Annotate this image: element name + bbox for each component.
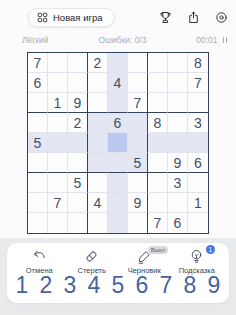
cell-r8c8[interactable] [188,213,208,233]
cell-r1c7[interactable] [168,73,188,93]
cell-r4c7[interactable] [168,133,188,153]
top-icons [157,9,229,25]
cell-r6c7[interactable]: 3 [168,173,188,193]
cell-r4c5[interactable] [128,133,148,153]
cell-r5c1[interactable] [48,153,68,173]
cell-r8c6[interactable]: 7 [148,213,168,233]
numpad-7[interactable]: 7 [154,270,178,300]
numpad-1[interactable]: 1 [10,270,34,300]
cell-r5c4[interactable] [108,153,128,173]
cell-r2c7[interactable] [168,93,188,113]
cell-r6c3[interactable] [88,173,108,193]
mistakes-counter: Ошибки: 0/3 [98,35,146,45]
cell-r1c3[interactable] [88,73,108,93]
cell-r2c4[interactable] [108,93,128,113]
cell-r7c4[interactable] [108,193,128,213]
cell-r5c0[interactable] [28,153,48,173]
cell-r2c5[interactable]: 7 [128,93,148,113]
cell-r1c5[interactable] [128,73,148,93]
cell-r3c4[interactable]: 6 [108,113,128,133]
new-game-label: Новая игра [53,12,103,23]
cell-r0c3[interactable]: 2 [88,53,108,73]
cell-r0c4[interactable] [108,53,128,73]
cell-r7c3[interactable]: 4 [88,193,108,213]
cell-r7c7[interactable] [168,193,188,213]
cell-r3c2[interactable]: 2 [68,113,88,133]
notes-off-badge: Выкл [148,246,169,254]
cell-r2c0[interactable] [28,93,48,113]
cell-r5c2[interactable] [68,153,88,173]
cell-r4c1[interactable] [48,133,68,153]
cell-r1c2[interactable] [68,73,88,93]
trophy-icon[interactable] [157,9,173,25]
numpad-9[interactable]: 9 [202,270,226,300]
cell-r4c2[interactable] [68,133,88,153]
cell-r5c3[interactable] [88,153,108,173]
cell-r3c5[interactable] [128,113,148,133]
cell-r2c8[interactable] [188,93,208,113]
cell-r8c7[interactable]: 6 [168,213,188,233]
sudoku-app: Новая игра [0,0,236,315]
cell-r8c2[interactable] [68,213,88,233]
cell-r5c7[interactable]: 9 [168,153,188,173]
cell-r2c6[interactable] [148,93,168,113]
cell-r4c8[interactable] [188,133,208,153]
timer-value: 00:01 [196,35,217,45]
cell-r4c0[interactable]: 5 [28,133,48,153]
cell-r2c3[interactable] [88,93,108,113]
hint-count-badge: 1 [206,245,215,254]
cell-r7c5[interactable]: 9 [128,193,148,213]
cell-r1c6[interactable] [148,73,168,93]
cell-r3c6[interactable]: 8 [148,113,168,133]
cell-r3c0[interactable] [28,113,48,133]
cell-r2c1[interactable]: 1 [48,93,68,113]
top-bar: Новая игра [0,8,236,26]
numpad-2[interactable]: 2 [34,270,58,300]
cell-r0c7[interactable] [168,53,188,73]
sudoku-board: 7286471972683559653749176 [27,52,209,234]
eraser-icon [83,248,100,265]
numpad-8[interactable]: 8 [178,270,202,300]
cell-r7c0[interactable] [28,193,48,213]
cell-r4c6[interactable] [148,133,168,153]
numpad-5[interactable]: 5 [106,270,130,300]
cell-r8c4[interactable] [108,213,128,233]
numpad-6[interactable]: 6 [130,270,154,300]
cell-r1c0[interactable]: 6 [28,73,48,93]
cell-r3c3[interactable] [88,113,108,133]
cell-r6c8[interactable] [188,173,208,193]
cell-r8c5[interactable] [128,213,148,233]
lightbulb-icon [188,248,205,265]
cell-r8c3[interactable] [88,213,108,233]
cell-r0c8[interactable]: 8 [188,53,208,73]
cell-r7c6[interactable] [148,193,168,213]
cell-r0c0[interactable]: 7 [28,53,48,73]
control-panel: Отмена Стереть Выкл [7,243,229,303]
cell-r7c8[interactable]: 1 [188,193,208,213]
cell-r5c6[interactable] [148,153,168,173]
cell-r7c1[interactable]: 7 [48,193,68,213]
cell-r4c3[interactable] [88,133,108,153]
difficulty-label: Лёгкий [22,35,49,45]
number-pad: 123456789 [10,270,226,300]
cell-r5c5[interactable]: 5 [128,153,148,173]
cell-r5c8[interactable]: 6 [188,153,208,173]
numpad-3[interactable]: 3 [58,270,82,300]
pause-icon[interactable] [222,36,229,44]
cell-r6c5[interactable] [128,173,148,193]
cell-r0c6[interactable] [148,53,168,73]
new-game-button[interactable]: Новая игра [28,8,115,27]
cell-r1c4[interactable]: 4 [108,73,128,93]
cell-r3c1[interactable] [48,113,68,133]
cell-r2c2[interactable]: 9 [68,93,88,113]
cell-r4c4[interactable] [108,133,128,153]
cell-r8c0[interactable] [28,213,48,233]
undo-icon [31,248,48,265]
numpad-4[interactable]: 4 [82,270,106,300]
cell-r1c1[interactable] [48,73,68,93]
cell-r3c8[interactable]: 3 [188,113,208,133]
bottom-section: Отмена Стереть Выкл [0,238,236,315]
cell-r0c5[interactable] [128,53,148,73]
cell-r6c0[interactable] [28,173,48,193]
timer-wrap: 00:01 [196,35,228,45]
cell-r7c2[interactable] [68,193,88,213]
status-bar: Лёгкий Ошибки: 0/3 00:01 [22,35,228,45]
cell-r6c1[interactable] [48,173,68,193]
settings-icon[interactable] [213,9,229,25]
cell-r8c1[interactable] [48,213,68,233]
cell-r6c6[interactable] [148,173,168,193]
cell-r0c1[interactable] [48,53,68,73]
cell-r6c4[interactable] [108,173,128,193]
cell-r0c2[interactable] [68,53,88,73]
cell-r1c8[interactable]: 7 [188,73,208,93]
grid-icon [37,12,48,23]
cell-r6c2[interactable]: 5 [68,173,88,193]
cell-r3c7[interactable] [168,113,188,133]
share-icon[interactable] [185,9,201,25]
